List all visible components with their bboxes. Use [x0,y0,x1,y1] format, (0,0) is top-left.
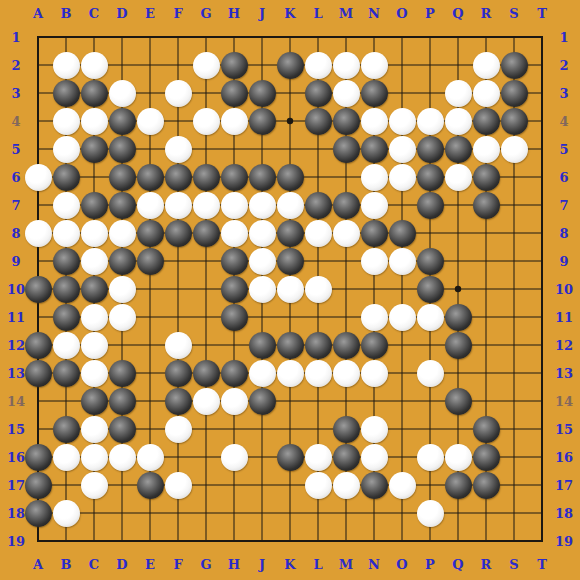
stone-white-l2 [305,52,332,79]
stone-black-k2 [277,52,304,79]
col-label-bottom-r: R [481,558,492,571]
row-label-left-16: 16 [7,451,25,464]
stone-black-h3 [221,80,248,107]
col-label-top-o: O [396,7,407,20]
stone-black-k12 [277,332,304,359]
stone-white-f15 [165,416,192,443]
col-label-top-g: G [200,7,211,20]
stone-white-e16 [137,444,164,471]
stone-white-c2 [81,52,108,79]
stone-white-g2 [193,52,220,79]
stone-white-c15 [81,416,108,443]
stone-white-n13 [361,360,388,387]
stone-white-n9 [361,248,388,275]
col-label-top-b: B [61,7,72,20]
stone-black-p6 [417,164,444,191]
stone-white-d8 [109,220,136,247]
stone-white-p13 [417,360,444,387]
col-label-bottom-s: S [509,558,518,571]
stone-white-k13 [277,360,304,387]
stone-white-j13 [249,360,276,387]
stone-white-r3 [473,80,500,107]
stone-white-l17 [305,472,332,499]
stone-white-f7 [165,192,192,219]
row-label-left-10: 10 [7,283,25,296]
col-label-bottom-p: P [425,558,435,571]
stone-white-c13 [81,360,108,387]
go-board[interactable] [24,23,556,555]
col-label-bottom-b: B [61,558,72,571]
col-label-bottom-o: O [396,558,407,571]
row-label-right-9: 9 [559,255,568,268]
row-label-right-16: 16 [555,451,573,464]
stone-white-b4 [53,108,80,135]
stone-white-j8 [249,220,276,247]
stone-black-h9 [221,248,248,275]
stone-black-g13 [193,360,220,387]
stone-white-r5 [473,136,500,163]
stone-black-c7 [81,192,108,219]
stone-white-p16 [417,444,444,471]
stone-white-m17 [333,472,360,499]
stone-black-p10 [417,276,444,303]
stone-white-h7 [221,192,248,219]
stone-black-m16 [333,444,360,471]
stone-white-l16 [305,444,332,471]
stone-black-r7 [473,192,500,219]
stone-black-j4 [249,108,276,135]
stone-white-b5 [53,136,80,163]
stone-white-f17 [165,472,192,499]
stone-white-b12 [53,332,80,359]
row-label-left-7: 7 [11,199,20,212]
stone-black-p9 [417,248,444,275]
stone-white-r2 [473,52,500,79]
stone-white-o6 [389,164,416,191]
stone-black-b9 [53,248,80,275]
stone-black-p7 [417,192,444,219]
row-label-right-18: 18 [555,507,573,520]
col-label-top-a: A [33,7,43,20]
stone-black-h6 [221,164,248,191]
stone-black-d15 [109,416,136,443]
stone-white-a6 [25,164,52,191]
col-label-top-j: J [259,7,265,20]
stone-white-f5 [165,136,192,163]
stone-white-g4 [193,108,220,135]
stone-black-d4 [109,108,136,135]
stone-black-k8 [277,220,304,247]
stone-black-n3 [361,80,388,107]
stone-white-a8 [25,220,52,247]
col-label-bottom-g: G [200,558,211,571]
stone-black-m4 [333,108,360,135]
stone-black-q17 [445,472,472,499]
row-label-right-11: 11 [555,311,573,324]
stone-black-e9 [137,248,164,275]
col-label-bottom-m: M [339,558,353,571]
stone-black-d6 [109,164,136,191]
stone-white-h16 [221,444,248,471]
stone-black-m7 [333,192,360,219]
stone-black-o8 [389,220,416,247]
stone-black-f6 [165,164,192,191]
stone-black-j6 [249,164,276,191]
stone-white-g7 [193,192,220,219]
stone-white-h14 [221,388,248,415]
stone-white-j10 [249,276,276,303]
row-label-right-15: 15 [555,423,573,436]
row-label-right-10: 10 [555,283,573,296]
stone-black-s4 [501,108,528,135]
stone-black-k9 [277,248,304,275]
stone-white-g14 [193,388,220,415]
stone-white-q4 [445,108,472,135]
col-label-bottom-a: A [33,558,43,571]
stone-white-d11 [109,304,136,331]
col-label-bottom-c: C [89,558,99,571]
stone-black-l3 [305,80,332,107]
row-label-right-7: 7 [559,199,568,212]
stone-black-d5 [109,136,136,163]
stone-white-p4 [417,108,444,135]
col-label-bottom-t: T [537,558,547,571]
row-label-right-13: 13 [555,367,573,380]
stone-black-s2 [501,52,528,79]
stone-black-a13 [25,360,52,387]
stone-white-n6 [361,164,388,191]
stone-black-g8 [193,220,220,247]
row-label-left-15: 15 [7,423,25,436]
col-label-top-t: T [537,7,547,20]
stone-white-f12 [165,332,192,359]
row-label-left-5: 5 [11,143,20,156]
stone-white-q3 [445,80,472,107]
stone-white-m13 [333,360,360,387]
stone-black-c10 [81,276,108,303]
stone-black-d14 [109,388,136,415]
col-label-top-h: H [228,7,240,20]
col-label-bottom-f: F [173,558,182,571]
stone-black-r6 [473,164,500,191]
stone-white-c12 [81,332,108,359]
stone-black-r17 [473,472,500,499]
stone-black-q12 [445,332,472,359]
row-label-right-2: 2 [559,59,568,72]
stone-black-m5 [333,136,360,163]
stone-black-d7 [109,192,136,219]
row-label-right-1: 1 [559,31,568,44]
stone-black-m12 [333,332,360,359]
col-label-top-l: L [313,7,322,20]
col-label-top-p: P [425,7,435,20]
stone-white-c11 [81,304,108,331]
stone-white-c4 [81,108,108,135]
stone-black-s3 [501,80,528,107]
stone-white-n15 [361,416,388,443]
col-label-bottom-j: J [259,558,265,571]
stone-white-m2 [333,52,360,79]
row-label-left-9: 9 [11,255,20,268]
stone-white-o9 [389,248,416,275]
col-label-top-q: Q [452,7,463,20]
stone-white-e7 [137,192,164,219]
stone-white-k7 [277,192,304,219]
stone-black-d9 [109,248,136,275]
row-label-right-14: 14 [555,395,573,408]
row-label-left-14: 14 [7,395,25,408]
stone-black-p5 [417,136,444,163]
stone-white-e4 [137,108,164,135]
stone-white-b18 [53,500,80,527]
stone-black-n8 [361,220,388,247]
stone-black-b11 [53,304,80,331]
stone-black-a16 [25,444,52,471]
stone-white-j9 [249,248,276,275]
stone-white-c9 [81,248,108,275]
stone-black-r4 [473,108,500,135]
row-label-right-17: 17 [555,479,573,492]
col-label-top-k: K [284,7,295,20]
col-label-bottom-n: N [368,558,380,571]
row-label-left-13: 13 [7,367,25,380]
stone-white-n11 [361,304,388,331]
stone-black-l7 [305,192,332,219]
stone-white-l10 [305,276,332,303]
stone-black-a18 [25,500,52,527]
stone-black-g6 [193,164,220,191]
row-label-left-18: 18 [7,507,25,520]
stone-black-h11 [221,304,248,331]
row-label-right-8: 8 [559,227,568,240]
stone-black-c5 [81,136,108,163]
col-label-top-c: C [89,7,99,20]
stone-white-m3 [333,80,360,107]
stone-white-d16 [109,444,136,471]
stone-white-n4 [361,108,388,135]
row-label-right-12: 12 [555,339,573,352]
stone-black-j3 [249,80,276,107]
stone-black-m15 [333,416,360,443]
col-label-bottom-d: D [116,558,127,571]
row-label-right-6: 6 [559,171,568,184]
stone-white-h4 [221,108,248,135]
go-board-screen: AABBCCDDEEFFGGHHJJKKLLMMNNOOPPQQRRSSTT11… [0,0,580,580]
stone-white-p11 [417,304,444,331]
stone-black-l4 [305,108,332,135]
stone-white-c16 [81,444,108,471]
stone-white-p18 [417,500,444,527]
stone-black-j14 [249,388,276,415]
stone-white-n2 [361,52,388,79]
stone-white-k10 [277,276,304,303]
stone-black-c3 [81,80,108,107]
stone-black-q11 [445,304,472,331]
stone-white-b16 [53,444,80,471]
col-label-top-r: R [481,7,492,20]
stone-black-e17 [137,472,164,499]
stone-black-e8 [137,220,164,247]
col-label-bottom-k: K [284,558,295,571]
col-label-bottom-e: E [145,558,155,571]
stone-black-f8 [165,220,192,247]
col-label-top-m: M [339,7,353,20]
stone-white-c8 [81,220,108,247]
row-label-right-4: 4 [559,115,568,128]
stone-black-b6 [53,164,80,191]
stone-black-d13 [109,360,136,387]
stone-white-m8 [333,220,360,247]
stone-black-j12 [249,332,276,359]
stone-black-a17 [25,472,52,499]
stone-white-b7 [53,192,80,219]
stone-white-j7 [249,192,276,219]
stone-white-c17 [81,472,108,499]
row-label-left-17: 17 [7,479,25,492]
row-label-left-19: 19 [7,535,25,548]
stone-black-k6 [277,164,304,191]
stone-black-e6 [137,164,164,191]
stone-black-n17 [361,472,388,499]
row-label-left-1: 1 [11,31,20,44]
col-label-top-f: F [173,7,182,20]
stone-white-s5 [501,136,528,163]
row-label-left-4: 4 [11,115,20,128]
stone-white-o4 [389,108,416,135]
stone-black-h10 [221,276,248,303]
stone-white-l13 [305,360,332,387]
stone-black-r16 [473,444,500,471]
stone-black-b3 [53,80,80,107]
stone-black-q5 [445,136,472,163]
stone-black-b13 [53,360,80,387]
stone-black-c14 [81,388,108,415]
stone-white-q6 [445,164,472,191]
stone-white-l8 [305,220,332,247]
stone-black-f13 [165,360,192,387]
stone-white-b2 [53,52,80,79]
col-label-bottom-l: L [313,558,322,571]
stone-black-k16 [277,444,304,471]
row-label-left-11: 11 [7,311,25,324]
stone-white-h8 [221,220,248,247]
row-label-right-19: 19 [555,535,573,548]
stone-black-a10 [25,276,52,303]
stone-white-n16 [361,444,388,471]
row-label-left-2: 2 [11,59,20,72]
stone-black-r15 [473,416,500,443]
stone-black-n12 [361,332,388,359]
row-label-left-6: 6 [11,171,20,184]
stone-white-q16 [445,444,472,471]
col-label-bottom-h: H [228,558,240,571]
col-label-top-e: E [145,7,155,20]
row-label-left-12: 12 [7,339,25,352]
stone-black-h2 [221,52,248,79]
row-label-right-5: 5 [559,143,568,156]
row-label-left-3: 3 [11,87,20,100]
col-label-bottom-q: Q [452,558,463,571]
stone-white-n7 [361,192,388,219]
stone-black-b15 [53,416,80,443]
row-label-right-3: 3 [559,87,568,100]
stone-black-a12 [25,332,52,359]
stone-black-h13 [221,360,248,387]
stone-white-o11 [389,304,416,331]
stone-black-l12 [305,332,332,359]
row-label-left-8: 8 [11,227,20,240]
col-label-top-s: S [509,7,518,20]
col-label-top-n: N [368,7,380,20]
stone-white-d10 [109,276,136,303]
stone-white-b8 [53,220,80,247]
stone-white-o5 [389,136,416,163]
stone-black-f14 [165,388,192,415]
stone-white-d3 [109,80,136,107]
col-label-top-d: D [116,7,127,20]
stone-white-f3 [165,80,192,107]
stone-white-o17 [389,472,416,499]
stone-black-b10 [53,276,80,303]
stone-black-n5 [361,136,388,163]
stone-black-q14 [445,388,472,415]
